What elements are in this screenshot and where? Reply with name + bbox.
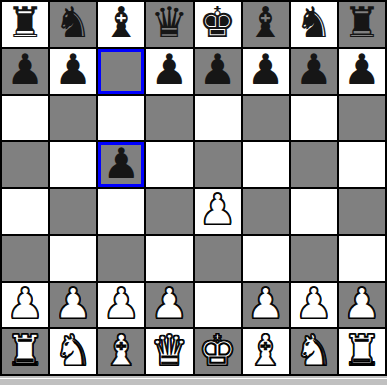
chess-board: ♜♞♝♛♚♝♞♜♟♟♟♟♟♟♟♟♟♟♟♟♟♟♟♟♜♞♝♛♚♝♞♜ xyxy=(0,0,387,376)
black-pawn[interactable]: ♟ xyxy=(343,49,381,91)
square-e3[interactable] xyxy=(195,236,241,281)
white-pawn[interactable]: ♟ xyxy=(343,283,381,325)
square-h3[interactable] xyxy=(339,236,385,281)
chess-app-window: ♜♞♝♛♚♝♞♜♟♟♟♟♟♟♟♟♟♟♟♟♟♟♟♟♜♞♝♛♚♝♞♜ xyxy=(0,0,387,385)
square-b8[interactable]: ♞ xyxy=(50,2,96,47)
white-bishop[interactable]: ♝ xyxy=(102,330,140,372)
black-pawn[interactable]: ♟ xyxy=(295,49,333,91)
square-c1[interactable]: ♝ xyxy=(98,329,144,374)
square-d7[interactable]: ♟ xyxy=(146,49,192,94)
black-king[interactable]: ♚ xyxy=(199,2,237,44)
square-d6[interactable] xyxy=(146,96,192,141)
square-h4[interactable] xyxy=(339,189,385,234)
white-bishop[interactable]: ♝ xyxy=(247,330,285,372)
square-b1[interactable]: ♞ xyxy=(50,329,96,374)
frame-highlight-line xyxy=(0,378,387,379)
square-a4[interactable] xyxy=(2,189,48,234)
square-f6[interactable] xyxy=(243,96,289,141)
white-knight[interactable]: ♞ xyxy=(54,330,92,372)
square-g7[interactable]: ♟ xyxy=(291,49,337,94)
square-c4[interactable] xyxy=(98,189,144,234)
square-f4[interactable] xyxy=(243,189,289,234)
black-knight[interactable]: ♞ xyxy=(295,2,333,44)
square-g8[interactable]: ♞ xyxy=(291,2,337,47)
white-pawn[interactable]: ♟ xyxy=(6,283,44,325)
square-b7[interactable]: ♟ xyxy=(50,49,96,94)
black-rook[interactable]: ♜ xyxy=(343,2,381,44)
square-e8[interactable]: ♚ xyxy=(195,2,241,47)
black-knight[interactable]: ♞ xyxy=(54,2,92,44)
black-pawn[interactable]: ♟ xyxy=(151,49,189,91)
square-a1[interactable]: ♜ xyxy=(2,329,48,374)
square-f1[interactable]: ♝ xyxy=(243,329,289,374)
square-d3[interactable] xyxy=(146,236,192,281)
square-a3[interactable] xyxy=(2,236,48,281)
black-rook[interactable]: ♜ xyxy=(6,2,44,44)
square-a7[interactable]: ♟ xyxy=(2,49,48,94)
square-c7[interactable] xyxy=(98,49,144,94)
square-g5[interactable] xyxy=(291,142,337,187)
white-pawn[interactable]: ♟ xyxy=(151,283,189,325)
square-c3[interactable] xyxy=(98,236,144,281)
square-d8[interactable]: ♛ xyxy=(146,2,192,47)
square-g6[interactable] xyxy=(291,96,337,141)
square-f2[interactable]: ♟ xyxy=(243,283,289,328)
square-h6[interactable] xyxy=(339,96,385,141)
square-a6[interactable] xyxy=(2,96,48,141)
black-pawn[interactable]: ♟ xyxy=(247,49,285,91)
black-bishop[interactable]: ♝ xyxy=(247,2,285,44)
square-h8[interactable]: ♜ xyxy=(339,2,385,47)
square-g1[interactable]: ♞ xyxy=(291,329,337,374)
square-h7[interactable]: ♟ xyxy=(339,49,385,94)
square-e2[interactable] xyxy=(195,283,241,328)
square-a5[interactable] xyxy=(2,142,48,187)
square-c6[interactable] xyxy=(98,96,144,141)
square-d1[interactable]: ♛ xyxy=(146,329,192,374)
white-pawn[interactable]: ♟ xyxy=(295,283,333,325)
black-pawn[interactable]: ♟ xyxy=(199,49,237,91)
square-h2[interactable]: ♟ xyxy=(339,283,385,328)
black-bishop[interactable]: ♝ xyxy=(102,2,140,44)
square-c5[interactable]: ♟ xyxy=(98,142,144,187)
square-e6[interactable] xyxy=(195,96,241,141)
square-f5[interactable] xyxy=(243,142,289,187)
square-a8[interactable]: ♜ xyxy=(2,2,48,47)
square-h1[interactable]: ♜ xyxy=(339,329,385,374)
square-b4[interactable] xyxy=(50,189,96,234)
square-h5[interactable] xyxy=(339,142,385,187)
white-rook[interactable]: ♜ xyxy=(343,330,381,372)
square-e7[interactable]: ♟ xyxy=(195,49,241,94)
black-pawn[interactable]: ♟ xyxy=(54,49,92,91)
square-g3[interactable] xyxy=(291,236,337,281)
white-king[interactable]: ♚ xyxy=(199,330,237,372)
square-e4[interactable]: ♟ xyxy=(195,189,241,234)
square-b2[interactable]: ♟ xyxy=(50,283,96,328)
white-pawn[interactable]: ♟ xyxy=(247,283,285,325)
black-pawn[interactable]: ♟ xyxy=(6,49,44,91)
square-g2[interactable]: ♟ xyxy=(291,283,337,328)
square-b5[interactable] xyxy=(50,142,96,187)
square-f8[interactable]: ♝ xyxy=(243,2,289,47)
square-e5[interactable] xyxy=(195,142,241,187)
square-d5[interactable] xyxy=(146,142,192,187)
square-d2[interactable]: ♟ xyxy=(146,283,192,328)
square-c2[interactable]: ♟ xyxy=(98,283,144,328)
black-pawn[interactable]: ♟ xyxy=(102,143,140,185)
square-c8[interactable]: ♝ xyxy=(98,2,144,47)
white-pawn[interactable]: ♟ xyxy=(54,283,92,325)
white-rook[interactable]: ♜ xyxy=(6,330,44,372)
square-f7[interactable]: ♟ xyxy=(243,49,289,94)
square-b6[interactable] xyxy=(50,96,96,141)
white-queen[interactable]: ♛ xyxy=(151,330,189,372)
white-pawn[interactable]: ♟ xyxy=(199,189,237,231)
square-b3[interactable] xyxy=(50,236,96,281)
square-f3[interactable] xyxy=(243,236,289,281)
square-e1[interactable]: ♚ xyxy=(195,329,241,374)
square-g4[interactable] xyxy=(291,189,337,234)
square-a2[interactable]: ♟ xyxy=(2,283,48,328)
square-d4[interactable] xyxy=(146,189,192,234)
black-queen[interactable]: ♛ xyxy=(151,2,189,44)
white-knight[interactable]: ♞ xyxy=(295,330,333,372)
white-pawn[interactable]: ♟ xyxy=(102,283,140,325)
window-frame-strip xyxy=(0,376,387,385)
